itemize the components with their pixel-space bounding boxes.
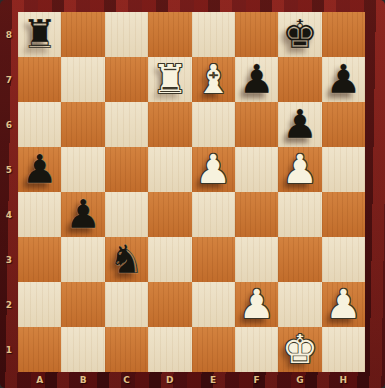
square-c1[interactable] <box>105 327 148 372</box>
square-f7[interactable]: ♟ <box>235 57 278 102</box>
black-pawn-f7: ♟ <box>239 59 275 99</box>
square-f5[interactable] <box>235 147 278 192</box>
square-g5[interactable]: ♟ <box>278 147 321 192</box>
square-e6[interactable] <box>192 102 235 147</box>
square-h5[interactable] <box>322 147 365 192</box>
square-h7[interactable]: ♟ <box>322 57 365 102</box>
square-a1[interactable] <box>18 327 61 372</box>
square-g6[interactable]: ♟ <box>278 102 321 147</box>
rank-label-6: 6 <box>0 102 18 147</box>
square-e8[interactable] <box>192 12 235 57</box>
square-e1[interactable] <box>192 327 235 372</box>
rank-label-4: 4 <box>0 192 18 237</box>
white-pawn-g5: ♟ <box>282 149 318 189</box>
square-b3[interactable] <box>61 237 104 282</box>
square-g8[interactable]: ♚ <box>278 12 321 57</box>
rank-label-8: 8 <box>0 12 18 57</box>
square-c2[interactable] <box>105 282 148 327</box>
square-g7[interactable] <box>278 57 321 102</box>
square-c8[interactable] <box>105 12 148 57</box>
rank-label-2: 2 <box>0 282 18 327</box>
square-b7[interactable] <box>61 57 104 102</box>
square-a5[interactable]: ♟ <box>18 147 61 192</box>
square-d5[interactable] <box>148 147 191 192</box>
black-knight-c3: ♞ <box>109 239 145 279</box>
square-a3[interactable] <box>18 237 61 282</box>
black-rook-a8: ♜ <box>22 14 58 54</box>
file-label-h: H <box>322 372 365 388</box>
square-f2[interactable]: ♟ <box>235 282 278 327</box>
square-b8[interactable] <box>61 12 104 57</box>
square-d4[interactable] <box>148 192 191 237</box>
square-b5[interactable] <box>61 147 104 192</box>
square-c4[interactable] <box>105 192 148 237</box>
square-a7[interactable] <box>18 57 61 102</box>
square-c7[interactable] <box>105 57 148 102</box>
square-b1[interactable] <box>61 327 104 372</box>
square-a6[interactable] <box>18 102 61 147</box>
square-d6[interactable] <box>148 102 191 147</box>
rank-label-1: 1 <box>0 327 18 372</box>
white-bishop-e7: ♝ <box>195 59 231 99</box>
black-pawn-a5: ♟ <box>22 149 58 189</box>
square-h2[interactable]: ♟ <box>322 282 365 327</box>
white-king-g1: ♚ <box>282 329 318 369</box>
file-label-g: G <box>278 372 321 388</box>
square-g1[interactable]: ♚ <box>278 327 321 372</box>
file-label-b: B <box>61 372 104 388</box>
square-c5[interactable] <box>105 147 148 192</box>
square-a8[interactable]: ♜ <box>18 12 61 57</box>
square-g2[interactable] <box>278 282 321 327</box>
square-d8[interactable] <box>148 12 191 57</box>
square-h1[interactable] <box>322 327 365 372</box>
board-frame: ♜♚♜♝♟♟♟♟♟♟♟♞♟♟♚ 87654321 ABCDEFGH <box>0 0 385 388</box>
rank-label-5: 5 <box>0 147 18 192</box>
white-pawn-h2: ♟ <box>325 284 361 324</box>
black-pawn-b4: ♟ <box>65 194 101 234</box>
square-f1[interactable] <box>235 327 278 372</box>
square-f4[interactable] <box>235 192 278 237</box>
square-g3[interactable] <box>278 237 321 282</box>
black-king-g8: ♚ <box>282 14 318 54</box>
square-e4[interactable] <box>192 192 235 237</box>
square-b4[interactable]: ♟ <box>61 192 104 237</box>
chess-board: ♜♚♜♝♟♟♟♟♟♟♟♞♟♟♚ <box>18 12 365 372</box>
square-d3[interactable] <box>148 237 191 282</box>
file-label-a: A <box>18 372 61 388</box>
square-h4[interactable] <box>322 192 365 237</box>
square-f3[interactable] <box>235 237 278 282</box>
square-h6[interactable] <box>322 102 365 147</box>
square-e2[interactable] <box>192 282 235 327</box>
square-a2[interactable] <box>18 282 61 327</box>
square-h8[interactable] <box>322 12 365 57</box>
black-pawn-h7: ♟ <box>325 59 361 99</box>
square-f8[interactable] <box>235 12 278 57</box>
square-h3[interactable] <box>322 237 365 282</box>
file-label-c: C <box>105 372 148 388</box>
square-g4[interactable] <box>278 192 321 237</box>
black-pawn-g6: ♟ <box>282 104 318 144</box>
square-b2[interactable] <box>61 282 104 327</box>
rank-label-3: 3 <box>0 237 18 282</box>
square-a4[interactable] <box>18 192 61 237</box>
square-c3[interactable]: ♞ <box>105 237 148 282</box>
file-label-d: D <box>148 372 191 388</box>
square-e5[interactable]: ♟ <box>192 147 235 192</box>
file-label-f: F <box>235 372 278 388</box>
white-pawn-e5: ♟ <box>195 149 231 189</box>
square-d2[interactable] <box>148 282 191 327</box>
file-label-e: E <box>192 372 235 388</box>
square-c6[interactable] <box>105 102 148 147</box>
white-pawn-f2: ♟ <box>239 284 275 324</box>
square-f6[interactable] <box>235 102 278 147</box>
rank-label-7: 7 <box>0 57 18 102</box>
square-d7[interactable]: ♜ <box>148 57 191 102</box>
square-d1[interactable] <box>148 327 191 372</box>
square-b6[interactable] <box>61 102 104 147</box>
square-e7[interactable]: ♝ <box>192 57 235 102</box>
white-rook-d7: ♜ <box>152 59 188 99</box>
square-e3[interactable] <box>192 237 235 282</box>
